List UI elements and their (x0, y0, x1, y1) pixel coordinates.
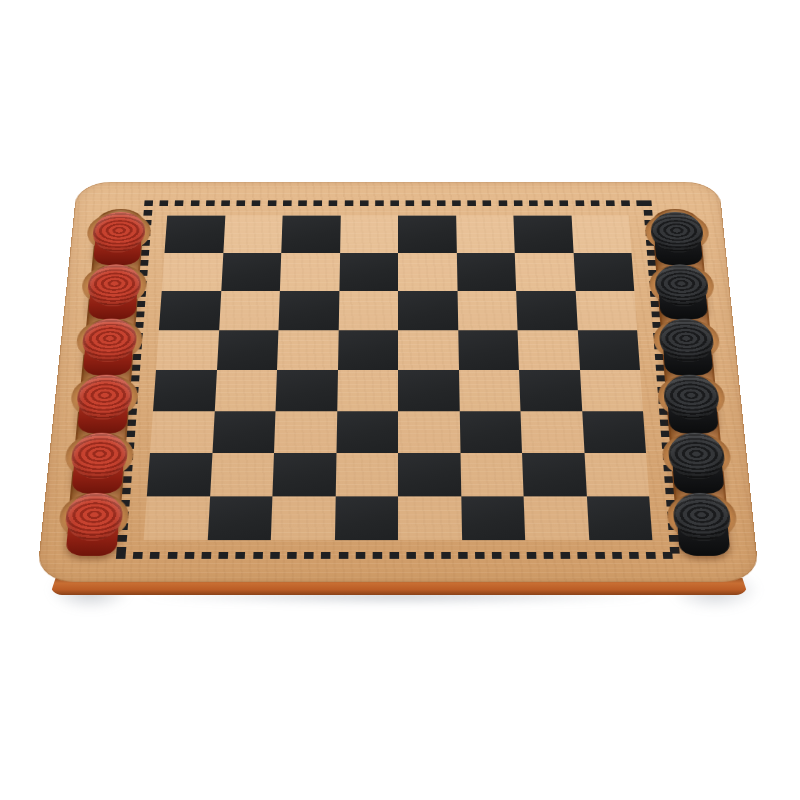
square-c6[interactable] (278, 291, 338, 330)
scene (0, 0, 800, 800)
square-d4[interactable] (337, 370, 398, 411)
square-e7[interactable] (398, 253, 457, 291)
square-a2[interactable] (147, 453, 212, 496)
black-checker-1[interactable] (649, 212, 706, 268)
square-c8[interactable] (281, 216, 340, 253)
square-h2[interactable] (584, 453, 649, 496)
square-b7[interactable] (221, 253, 281, 291)
square-e3[interactable] (398, 411, 460, 453)
square-g2[interactable] (522, 453, 586, 496)
checkers-board (36, 182, 759, 582)
red-checker-1[interactable] (90, 212, 147, 268)
square-h5[interactable] (577, 330, 640, 370)
square-e5[interactable] (398, 330, 459, 370)
product-photo-stage (0, 0, 800, 800)
square-d6[interactable] (338, 291, 398, 330)
red-checker-3[interactable] (79, 319, 138, 378)
square-c3[interactable] (274, 411, 337, 453)
square-b3[interactable] (212, 411, 276, 453)
black-checker-6[interactable] (672, 493, 734, 559)
square-d2[interactable] (335, 453, 398, 496)
black-checker-4[interactable] (662, 375, 722, 437)
square-d7[interactable] (339, 253, 398, 291)
dashed-border-top (144, 200, 652, 205)
square-h8[interactable] (571, 216, 631, 253)
square-c5[interactable] (277, 330, 338, 370)
square-a5[interactable] (156, 330, 219, 370)
red-checker-2[interactable] (85, 264, 143, 321)
square-f6[interactable] (457, 291, 517, 330)
square-d3[interactable] (336, 411, 398, 453)
square-d8[interactable] (340, 216, 398, 253)
black-checker-3[interactable] (658, 319, 717, 378)
square-e8[interactable] (398, 216, 456, 253)
square-a7[interactable] (162, 253, 223, 291)
square-e4[interactable] (398, 370, 459, 411)
square-g7[interactable] (515, 253, 575, 291)
playing-grid (144, 216, 653, 541)
square-d5[interactable] (338, 330, 399, 370)
square-f7[interactable] (456, 253, 516, 291)
square-a4[interactable] (153, 370, 216, 411)
square-f4[interactable] (459, 370, 521, 411)
square-b6[interactable] (219, 291, 280, 330)
square-b1[interactable] (207, 496, 272, 540)
square-c1[interactable] (271, 496, 335, 540)
black-checker-5[interactable] (667, 433, 728, 497)
square-c2[interactable] (272, 453, 336, 496)
square-f3[interactable] (459, 411, 522, 453)
square-h6[interactable] (575, 291, 637, 330)
square-g3[interactable] (520, 411, 584, 453)
square-h4[interactable] (580, 370, 643, 411)
square-f5[interactable] (458, 330, 519, 370)
red-checker-4[interactable] (74, 375, 134, 437)
square-a1[interactable] (144, 496, 210, 540)
red-checker-6[interactable] (62, 493, 124, 559)
square-b5[interactable] (217, 330, 279, 370)
square-h3[interactable] (582, 411, 646, 453)
square-c7[interactable] (280, 253, 340, 291)
square-a6[interactable] (159, 291, 221, 330)
square-f8[interactable] (456, 216, 515, 253)
square-g6[interactable] (516, 291, 577, 330)
square-c4[interactable] (276, 370, 338, 411)
square-g5[interactable] (518, 330, 580, 370)
square-b4[interactable] (214, 370, 277, 411)
square-d1[interactable] (334, 496, 398, 540)
square-h7[interactable] (573, 253, 634, 291)
square-e6[interactable] (398, 291, 458, 330)
square-b2[interactable] (210, 453, 274, 496)
square-f2[interactable] (460, 453, 524, 496)
square-g4[interactable] (519, 370, 582, 411)
dashed-border-bottom (116, 552, 680, 559)
square-a3[interactable] (150, 411, 214, 453)
square-f1[interactable] (461, 496, 525, 540)
red-checker-5[interactable] (68, 433, 129, 497)
square-a8[interactable] (165, 216, 225, 253)
black-checker-2[interactable] (654, 264, 712, 321)
square-g8[interactable] (513, 216, 573, 253)
square-e2[interactable] (398, 453, 461, 496)
square-e1[interactable] (398, 496, 462, 540)
square-b8[interactable] (223, 216, 283, 253)
square-g1[interactable] (524, 496, 589, 540)
square-h1[interactable] (586, 496, 652, 540)
